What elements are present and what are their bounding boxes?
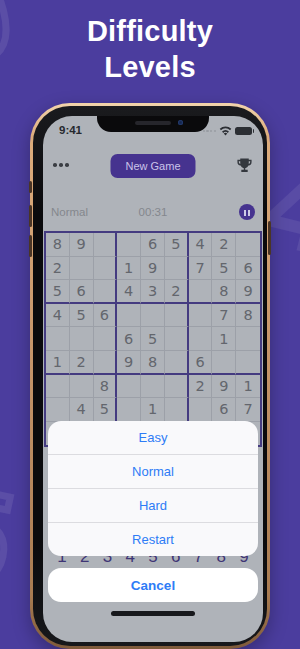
cell-r1c2[interactable]: 9 (70, 233, 94, 257)
cancel-button[interactable]: Cancel (48, 568, 258, 602)
cell-r7c1[interactable] (46, 375, 70, 399)
cell-r2c6[interactable] (165, 257, 189, 281)
cell-r7c3[interactable]: 8 (94, 375, 118, 399)
cell-r5c8[interactable]: 1 (212, 327, 236, 351)
cell-r5c2[interactable] (70, 327, 94, 351)
cell-r1c8[interactable]: 2 (212, 233, 236, 257)
decor-digit-bottom-left: 5 (0, 464, 23, 606)
wifi-icon (219, 126, 232, 136)
marketing-title-line1: Difficulty (0, 14, 300, 50)
mute-switch (29, 181, 32, 193)
timer-label: 00:31 (43, 206, 263, 218)
cell-r8c6[interactable] (165, 398, 189, 422)
cell-r8c3[interactable]: 5 (94, 398, 118, 422)
cell-r5c4[interactable]: 6 (117, 327, 141, 351)
menu-ellipsis-icon[interactable] (53, 163, 69, 167)
cell-r3c1[interactable]: 5 (46, 280, 70, 304)
cell-r3c6[interactable]: 2 (165, 280, 189, 304)
marketing-title-line2: Levels (0, 50, 300, 86)
cell-r2c3[interactable] (94, 257, 118, 281)
cell-r4c6[interactable] (165, 304, 189, 328)
app-store-screenshot: 9 4 5 Difficulty Levels 9:41 (0, 0, 300, 649)
status-icons (203, 126, 252, 136)
cell-r8c7[interactable] (189, 398, 213, 422)
cell-r7c7[interactable]: 2 (189, 375, 213, 399)
cell-r2c8[interactable]: 5 (212, 257, 236, 281)
cell-r1c5[interactable]: 6 (141, 233, 165, 257)
power-button (268, 221, 271, 255)
cell-r2c7[interactable]: 7 (189, 257, 213, 281)
game-header: Normal 00:31 (43, 204, 263, 222)
battery-icon (235, 127, 252, 136)
action-sheet: EasyNormalHardRestart Cancel (48, 421, 258, 556)
cell-r7c2[interactable] (70, 375, 94, 399)
cell-r8c1[interactable] (46, 398, 70, 422)
cell-r8c9[interactable]: 7 (236, 398, 260, 422)
cell-r7c9[interactable]: 1 (236, 375, 260, 399)
cell-r5c7[interactable] (189, 327, 213, 351)
cell-r2c1[interactable]: 2 (46, 257, 70, 281)
cell-r6c1[interactable]: 1 (46, 351, 70, 375)
action-sheet-option-easy[interactable]: Easy (48, 421, 258, 454)
cell-r6c8[interactable] (212, 351, 236, 375)
cell-r1c7[interactable]: 4 (189, 233, 213, 257)
cell-r6c9[interactable] (236, 351, 260, 375)
cell-r4c1[interactable]: 4 (46, 304, 70, 328)
cell-r7c8[interactable]: 9 (212, 375, 236, 399)
cell-r2c2[interactable] (70, 257, 94, 281)
cell-r4c7[interactable] (189, 304, 213, 328)
cell-r2c5[interactable]: 9 (141, 257, 165, 281)
iphone-mockup: 9:41 (30, 103, 270, 649)
pause-button[interactable] (239, 204, 255, 220)
cell-r4c8[interactable]: 7 (212, 304, 236, 328)
cell-r1c6[interactable]: 5 (165, 233, 189, 257)
cell-r4c5[interactable] (141, 304, 165, 328)
trophy-icon[interactable] (236, 157, 253, 174)
cell-r7c5[interactable] (141, 375, 165, 399)
cell-r4c2[interactable]: 5 (70, 304, 94, 328)
cell-r1c1[interactable]: 8 (46, 233, 70, 257)
action-sheet-options: EasyNormalHardRestart (48, 421, 258, 556)
cell-r1c3[interactable] (94, 233, 118, 257)
cell-r8c4[interactable] (117, 398, 141, 422)
cell-r3c2[interactable]: 6 (70, 280, 94, 304)
volume-down-button (29, 235, 32, 257)
cell-r3c8[interactable]: 8 (212, 280, 236, 304)
cell-r6c7[interactable]: 6 (189, 351, 213, 375)
cell-r4c9[interactable]: 8 (236, 304, 260, 328)
cell-r4c3[interactable]: 6 (94, 304, 118, 328)
phone-bezel: 9:41 (33, 106, 267, 646)
cell-r5c5[interactable]: 5 (141, 327, 165, 351)
action-sheet-option-normal[interactable]: Normal (48, 455, 258, 488)
cell-r8c2[interactable]: 4 (70, 398, 94, 422)
cell-r3c9[interactable]: 9 (236, 280, 260, 304)
notch (97, 116, 209, 132)
action-sheet-option-restart[interactable]: Restart (48, 523, 258, 556)
cell-r8c5[interactable]: 1 (141, 398, 165, 422)
cell-r5c6[interactable] (165, 327, 189, 351)
speaker-icon (135, 121, 171, 125)
cell-r7c6[interactable] (165, 375, 189, 399)
volume-up-button (29, 205, 32, 227)
cell-r4c4[interactable] (117, 304, 141, 328)
new-game-button[interactable]: New Game (110, 154, 195, 178)
cell-r5c3[interactable] (94, 327, 118, 351)
cell-r3c3[interactable] (94, 280, 118, 304)
cell-r6c2[interactable]: 2 (70, 351, 94, 375)
cell-r6c3[interactable] (94, 351, 118, 375)
cell-r2c4[interactable]: 1 (117, 257, 141, 281)
cell-r1c9[interactable] (236, 233, 260, 257)
app-toolbar: New Game (43, 154, 263, 180)
cell-r6c5[interactable]: 8 (141, 351, 165, 375)
phone-screen: 9:41 (43, 116, 263, 642)
home-indicator[interactable] (111, 611, 195, 616)
cellular-signal-icon (203, 130, 216, 132)
cell-r7c4[interactable] (117, 375, 141, 399)
cell-r3c7[interactable] (189, 280, 213, 304)
sudoku-board: 8965422197565643289456786511298682914516… (44, 231, 262, 447)
cell-r1c4[interactable] (117, 233, 141, 257)
cell-r8c8[interactable]: 6 (212, 398, 236, 422)
cell-r3c5[interactable]: 3 (141, 280, 165, 304)
cell-r6c6[interactable] (165, 351, 189, 375)
cell-r5c1[interactable] (46, 327, 70, 351)
cell-r2c9[interactable]: 6 (236, 257, 260, 281)
cell-r3c4[interactable]: 4 (117, 280, 141, 304)
cell-r5c9[interactable] (236, 327, 260, 351)
status-time: 9:41 (59, 124, 82, 136)
marketing-title: Difficulty Levels (0, 14, 300, 86)
action-sheet-option-hard[interactable]: Hard (48, 489, 258, 522)
camera-icon (178, 120, 183, 125)
cell-r6c4[interactable]: 9 (117, 351, 141, 375)
